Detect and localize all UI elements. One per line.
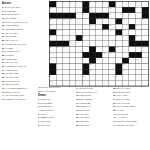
grid-cell: 23 — [122, 19, 128, 24]
cell-number: 48 — [96, 58, 98, 60]
grid-cell — [89, 80, 95, 85]
grid-cell — [122, 24, 128, 29]
grid-cell — [102, 47, 108, 52]
clue-number: 37 — [113, 105, 115, 107]
cell-number: 6 — [96, 2, 97, 4]
grid-cell — [76, 7, 82, 12]
grid-cell — [109, 30, 115, 35]
clue-item: 46 Southfield pressroom? — [113, 120, 148, 123]
grid-cell: 19 — [56, 19, 62, 24]
cell-number: 28 — [136, 24, 138, 26]
black-cell — [116, 69, 122, 74]
grid-cell: 31 — [122, 30, 128, 35]
crossword-grid: 1234567891011121314151617181920212223242… — [49, 1, 149, 86]
grid-cell — [142, 30, 148, 35]
cell-number: 12 — [109, 7, 111, 9]
grid-cell — [109, 58, 115, 63]
cell-number: 19 — [56, 19, 58, 21]
grid-cell — [83, 47, 89, 52]
cell-number: 46 — [109, 52, 111, 54]
cell-number: 4 — [76, 2, 77, 4]
grid-cell — [102, 41, 108, 46]
grid-cell: 35 — [135, 35, 141, 40]
clue-item: 10 Not at home — [2, 17, 47, 20]
black-cell — [56, 41, 62, 46]
cell-number: 24 — [142, 19, 144, 21]
clue-number: 15 — [76, 94, 78, 96]
grid-cell — [102, 58, 108, 63]
grid-cell: 52 — [89, 64, 95, 69]
grid-cell — [122, 2, 128, 7]
grid-cell — [109, 75, 115, 80]
grid-cell — [76, 30, 82, 35]
grid-cell — [135, 69, 141, 74]
clue-number: 26 — [2, 47, 4, 49]
grid-cell: 46 — [109, 52, 115, 57]
clue-item: 12 Coda, in music — [2, 24, 47, 27]
grid-cell — [96, 24, 102, 29]
grid-cell — [96, 69, 102, 74]
grid-cell: 22 — [96, 19, 102, 24]
grid-cell: 30 — [102, 30, 108, 35]
grid-cell — [116, 24, 122, 29]
cell-number: 5 — [89, 2, 90, 4]
grid-cell: 17 — [129, 13, 135, 18]
clue-number: 16 — [76, 98, 78, 100]
across-header: Across — [2, 1, 47, 4]
cell-number: 58 — [83, 75, 85, 77]
clue-number: 8 — [2, 13, 3, 15]
clue-item: 33 "Yay!" cries — [113, 94, 148, 97]
grid-cell: 10 — [50, 7, 56, 12]
black-cell — [142, 41, 148, 46]
cell-number: 54 — [56, 69, 58, 71]
cell-number: 52 — [89, 64, 91, 66]
cell-number: 51 — [56, 64, 58, 66]
clue-number: 17 — [76, 102, 78, 104]
cell-number: 34 — [116, 35, 118, 37]
clue-item: 21 Party snack — [76, 116, 110, 119]
grid-cell — [56, 7, 62, 12]
clue-item: 19 Sticky stuff — [76, 109, 110, 112]
clue-item: 39 Preferences, e.g. — [2, 80, 47, 83]
grid-cell — [135, 7, 141, 12]
grid-cell — [102, 35, 108, 40]
black-cell — [102, 24, 108, 29]
clue-number: 7 — [38, 120, 39, 122]
grid-cell — [122, 35, 128, 40]
black-cell — [83, 52, 89, 57]
grid-cell — [63, 58, 69, 63]
grid-cell — [116, 41, 122, 46]
black-cell — [50, 64, 56, 69]
clue-number: 30 — [2, 58, 4, 60]
grid-cell — [89, 30, 95, 35]
grid-cell — [63, 35, 69, 40]
grid-cell: 39 — [56, 47, 62, 52]
grid-cell — [142, 69, 148, 74]
black-cell — [63, 41, 69, 46]
black-cell — [122, 7, 128, 12]
cell-number: 55 — [89, 69, 91, 71]
black-cell — [96, 52, 102, 57]
clue-number: 43 — [2, 91, 4, 93]
grid-cell: 36 — [69, 41, 75, 46]
grid-cell — [63, 80, 69, 85]
clue-item: 46 Official seal of a city — [38, 86, 72, 89]
black-cell — [129, 7, 135, 12]
cell-number: 57 — [50, 75, 52, 77]
cell-number: 16 — [122, 13, 124, 15]
black-cell — [76, 35, 82, 40]
clue-number: 24 — [2, 43, 4, 45]
clue-item: 36 Place for a pin — [113, 102, 148, 105]
grid-cell — [96, 41, 102, 46]
clue-item: 35 Not quite right — [2, 72, 47, 75]
cell-number: 26 — [89, 24, 91, 26]
clue-item: 31 Trap, in a way — [2, 61, 47, 64]
grid-cell — [116, 52, 122, 57]
cell-number: 60 — [50, 80, 52, 82]
grid-cell — [56, 75, 62, 80]
clue-number: 4 — [38, 109, 39, 111]
clue-item: 29 Oath put down — [113, 91, 148, 94]
clue-item: 45 "___ then..." — [113, 116, 148, 119]
grid-cell — [69, 52, 75, 57]
clue-number: 40 — [2, 83, 4, 85]
clue-number: 20 — [76, 113, 78, 115]
cell-number: 32 — [50, 35, 52, 37]
black-cell — [83, 69, 89, 74]
cell-number: 14 — [83, 13, 85, 15]
clue-item: 6 Summer cooler — [38, 116, 72, 119]
grid-cell — [63, 7, 69, 12]
grid-cell — [76, 58, 82, 63]
grid-cell — [129, 69, 135, 74]
clue-number: 34 — [113, 98, 115, 100]
grid-cell — [135, 47, 141, 52]
grid-cell — [56, 80, 62, 85]
clue-item: 18 Campus VIP — [76, 105, 110, 108]
black-cell — [135, 41, 141, 46]
grid-cell — [122, 41, 128, 46]
grid-cell — [83, 80, 89, 85]
cell-number: 36 — [70, 41, 72, 43]
grid-cell: 24 — [142, 19, 148, 24]
grid-cell — [69, 64, 75, 69]
cell-number: 9 — [136, 2, 137, 4]
cell-number: 17 — [129, 13, 131, 15]
grid-cell — [142, 2, 148, 7]
grid-cell — [142, 75, 148, 80]
cell-number: 13 — [76, 13, 78, 15]
grid-cell: 32 — [50, 35, 56, 40]
grid-cell — [69, 35, 75, 40]
grid-cell — [63, 75, 69, 80]
clue-number: 41 — [113, 113, 115, 115]
cell-number: 22 — [96, 19, 98, 21]
grid-cell: 8 — [116, 2, 122, 7]
clue-number: 22 — [2, 39, 4, 41]
grid-cell — [83, 19, 89, 24]
black-cell — [89, 19, 95, 24]
grid-cell — [76, 47, 82, 52]
black-cell — [109, 47, 115, 52]
clue-number: 33 — [113, 94, 115, 96]
grid-cell — [135, 13, 141, 18]
grid-cell — [69, 80, 75, 85]
clue-item: 1 Fast jets, for short — [2, 6, 47, 9]
clue-item: 9 Tiny bit of work — [76, 87, 110, 90]
grid-cell: 51 — [56, 64, 62, 69]
cell-number: 23 — [122, 19, 124, 21]
clue-column-down-2: 25 Bolt of a rascal29 Oath put down33 "Y… — [113, 87, 148, 149]
grid-cell — [76, 75, 82, 80]
clue-number: 1 — [38, 98, 39, 100]
grid-cell: 1 — [56, 2, 62, 7]
clue-item: 14 Collegian's concern — [2, 28, 47, 31]
clue-number: 22 — [76, 120, 78, 122]
black-cell — [83, 7, 89, 12]
grid-cell — [56, 52, 62, 57]
black-cell — [116, 64, 122, 69]
grid-cell — [69, 58, 75, 63]
cell-number: 42 — [116, 47, 118, 49]
grid-cell — [76, 52, 82, 57]
clue-number: 32 — [2, 65, 4, 67]
cell-number: 27 — [109, 24, 111, 26]
clue-item: 48 Still-life subject — [38, 90, 72, 93]
grid-cell — [142, 35, 148, 40]
grid-cell: 37 — [76, 41, 82, 46]
black-cell — [50, 13, 56, 18]
black-cell — [50, 69, 56, 74]
grid-cell: 48 — [96, 58, 102, 63]
clue-number: 10 — [2, 17, 4, 19]
clue-number: 17 — [2, 32, 4, 34]
cell-number: 44 — [50, 52, 52, 54]
grid-cell — [116, 13, 122, 18]
clue-item: 27 Jealousy's color — [2, 50, 47, 53]
grid-cell — [142, 52, 148, 57]
grid-cell — [56, 24, 62, 29]
grid-cell: 27 — [109, 24, 115, 29]
black-cell — [109, 2, 115, 7]
black-cell — [50, 2, 56, 7]
cell-number: 2 — [63, 2, 64, 4]
grid-cell — [83, 58, 89, 63]
clue-number: 44 — [2, 94, 4, 96]
grid-cell — [76, 69, 82, 74]
grid-cell — [69, 24, 75, 29]
grid-cell — [69, 30, 75, 35]
grid-cell: 38 — [50, 47, 56, 52]
grid-cell — [102, 7, 108, 12]
grid-cell: 55 — [89, 69, 95, 74]
grid-cell — [109, 41, 115, 46]
crossword-page: 1234567891011121314151617181920212223242… — [0, 0, 150, 150]
clue-item: 34 Cobbler's tool — [2, 69, 47, 72]
clue-item: 26 Fly high — [2, 47, 47, 50]
grid-cell: 43 — [142, 47, 148, 52]
grid-cell — [96, 35, 102, 40]
grid-cell — [83, 41, 89, 46]
clue-number: 18 — [76, 105, 78, 107]
clue-number: 29 — [113, 91, 115, 93]
black-cell — [116, 30, 122, 35]
black-cell — [129, 35, 135, 40]
cell-number: 41 — [96, 47, 98, 49]
grid-cell — [102, 19, 108, 24]
cell-number: 35 — [136, 35, 138, 37]
clue-number: 21 — [2, 35, 4, 37]
grid-cell: 18 — [50, 19, 56, 24]
grid-cell: 15 — [109, 13, 115, 18]
black-cell — [83, 64, 89, 69]
grid-cell — [116, 58, 122, 63]
grid-cell: 5 — [89, 2, 95, 7]
clue-number: 13 — [76, 91, 78, 93]
grid-cell — [135, 19, 141, 24]
grid-cell — [96, 30, 102, 35]
grid-cell — [129, 75, 135, 80]
grid-cell — [83, 30, 89, 35]
grid-cell: 7 — [102, 2, 108, 7]
clue-number: 42 — [2, 87, 4, 89]
grid-cell: 21 — [69, 19, 75, 24]
black-cell — [142, 13, 148, 18]
clue-item: 34 Shot on a map — [113, 98, 148, 101]
clue-number: 8 — [38, 124, 39, 126]
grid-cell — [142, 80, 148, 85]
grid-cell — [56, 35, 62, 40]
clue-item: 17 Lion's home — [76, 102, 110, 105]
grid-cell: 50 — [135, 58, 141, 63]
clue-item: 4 Agrees silently — [38, 109, 72, 112]
cell-number: 10 — [50, 7, 52, 9]
cell-number: 15 — [109, 13, 111, 15]
clue-item: 38 I.O. able — [113, 109, 148, 112]
grid-cell: 20 — [63, 19, 69, 24]
black-cell — [63, 13, 69, 18]
grid-cell — [135, 75, 141, 80]
clue-item: 8 Wheel part — [38, 124, 72, 127]
clue-number: 21 — [76, 116, 78, 118]
grid-cell — [109, 19, 115, 24]
grid-cell — [56, 58, 62, 63]
black-cell — [129, 52, 135, 57]
clue-item: 11 Reply to a captain, at sea — [2, 21, 47, 24]
cell-number: 7 — [103, 2, 104, 4]
clue-number: 12 — [2, 24, 4, 26]
clue-number: 23 — [76, 124, 78, 126]
grid-cell — [122, 75, 128, 80]
clue-item: 3 Singing voice — [38, 105, 72, 108]
grid-cell — [69, 47, 75, 52]
clue-column-down-1: 9 Tiny bit of work13 Keats creation, e.g… — [76, 87, 110, 149]
grid-cell: 41 — [96, 47, 102, 52]
clue-item: 8 Deli bread choice — [2, 13, 47, 16]
clue-item: 15 Went by bus — [76, 94, 110, 97]
cell-number: 45 — [103, 52, 105, 54]
black-cell — [102, 13, 108, 18]
cell-number: 50 — [136, 58, 138, 60]
grid-cell — [122, 47, 128, 52]
clue-number: 28 — [2, 54, 4, 56]
grid-cell — [83, 24, 89, 29]
clue-number: 31 — [2, 61, 4, 63]
grid-cell: 12 — [109, 7, 115, 12]
cell-number: 31 — [122, 30, 124, 32]
black-cell — [116, 19, 122, 24]
grid-cell — [63, 69, 69, 74]
clue-item: 21 Bro's sibling — [2, 35, 47, 38]
clue-number: 2 — [38, 102, 39, 104]
grid-cell: 13 — [76, 13, 82, 18]
cell-number: 30 — [103, 30, 105, 32]
grid-cell: 34 — [116, 35, 122, 40]
clue-item: 22 Picnic pest — [76, 120, 110, 123]
clue-number: 45 — [113, 116, 115, 118]
grid-cell — [89, 75, 95, 80]
clue-number: 34 — [2, 69, 4, 71]
cell-number: 21 — [70, 19, 72, 21]
grid-cell — [142, 58, 148, 63]
clue-number: 25 — [113, 87, 115, 89]
grid-cell: 45 — [102, 52, 108, 57]
grid-cell — [69, 75, 75, 80]
grid-cell: 11 — [89, 7, 95, 12]
grid-cell — [69, 7, 75, 12]
clue-item: 30 Wrong turns? — [2, 58, 47, 61]
grid-cell — [89, 41, 95, 46]
clue-number: 36 — [2, 76, 4, 78]
cell-number: 25 — [50, 24, 52, 26]
grid-cell: 29 — [56, 30, 62, 35]
grid-cell — [109, 69, 115, 74]
grid-cell — [129, 19, 135, 24]
black-cell — [56, 13, 62, 18]
grid-cell: 42 — [116, 47, 122, 52]
grid-cell: 33 — [83, 35, 89, 40]
grid-cell — [102, 69, 108, 74]
black-cell — [69, 13, 75, 18]
grid-cell — [102, 80, 108, 85]
grid-cell — [96, 64, 102, 69]
clue-item: 13 Keats creation, e.g. — [76, 91, 110, 94]
clue-item: 47 Charitably devoted — [113, 124, 148, 127]
black-cell — [129, 41, 135, 46]
black-cell — [50, 41, 56, 46]
clue-number: 38 — [113, 109, 115, 111]
clue-item: 2 Sword handle — [38, 102, 72, 105]
grid-cell — [76, 80, 82, 85]
grid-cell — [76, 24, 82, 29]
cell-number: 11 — [89, 7, 91, 9]
grid-cell: 16 — [122, 13, 128, 18]
cell-number: 29 — [56, 30, 58, 32]
grid-cell — [76, 64, 82, 69]
grid-cell: 54 — [56, 69, 62, 74]
clue-item: 25 Bolt of a rascal — [113, 87, 148, 90]
grid-cell — [96, 7, 102, 12]
clue-number: 45 — [2, 98, 4, 100]
grid-cell — [116, 80, 122, 85]
black-cell — [129, 24, 135, 29]
grid-cell — [76, 19, 82, 24]
black-cell — [135, 52, 141, 57]
grid-cell — [116, 7, 122, 12]
